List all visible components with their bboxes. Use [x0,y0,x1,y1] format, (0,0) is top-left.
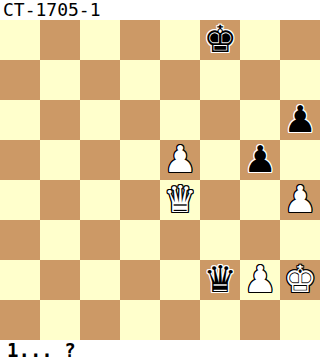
square-e8[interactable] [160,20,200,60]
square-f4[interactable] [200,180,240,220]
square-g5[interactable]: ♟ [240,140,280,180]
square-a1[interactable] [0,300,40,340]
square-h3[interactable] [280,220,320,260]
square-b4[interactable] [40,180,80,220]
square-b8[interactable] [40,20,80,60]
square-a2[interactable] [0,260,40,300]
square-h1[interactable] [280,300,320,340]
square-c3[interactable] [80,220,120,260]
square-g8[interactable] [240,20,280,60]
square-g4[interactable] [240,180,280,220]
square-h8[interactable] [280,20,320,60]
square-e2[interactable] [160,260,200,300]
piece-black-pawn[interactable]: ♟ [283,100,316,140]
square-a4[interactable] [0,180,40,220]
square-c6[interactable] [80,100,120,140]
square-c8[interactable] [80,20,120,60]
square-b5[interactable] [40,140,80,180]
square-c5[interactable] [80,140,120,180]
square-e7[interactable] [160,60,200,100]
square-h7[interactable] [280,60,320,100]
square-g7[interactable] [240,60,280,100]
move-prompt: 1... ? [0,340,320,360]
square-b1[interactable] [40,300,80,340]
piece-black-queen[interactable]: ♛ [203,260,236,300]
square-e5[interactable]: ♟ [160,140,200,180]
square-d7[interactable] [120,60,160,100]
square-d1[interactable] [120,300,160,340]
square-a6[interactable] [0,100,40,140]
square-h5[interactable] [280,140,320,180]
chess-board: ♚♟♟♟♛♟♛♟♚ [0,20,320,340]
square-d3[interactable] [120,220,160,260]
square-e1[interactable] [160,300,200,340]
piece-black-king[interactable]: ♚ [203,20,236,60]
square-f3[interactable] [200,220,240,260]
square-b6[interactable] [40,100,80,140]
square-f7[interactable] [200,60,240,100]
square-d5[interactable] [120,140,160,180]
square-e4[interactable]: ♛ [160,180,200,220]
piece-white-queen[interactable]: ♛ [163,180,196,220]
square-d8[interactable] [120,20,160,60]
square-d2[interactable] [120,260,160,300]
square-g1[interactable] [240,300,280,340]
piece-white-king[interactable]: ♚ [283,260,316,300]
square-g2[interactable]: ♟ [240,260,280,300]
square-h2[interactable]: ♚ [280,260,320,300]
square-b7[interactable] [40,60,80,100]
square-g6[interactable] [240,100,280,140]
square-e6[interactable] [160,100,200,140]
square-c7[interactable] [80,60,120,100]
square-b2[interactable] [40,260,80,300]
square-f5[interactable] [200,140,240,180]
piece-black-pawn[interactable]: ♟ [243,140,276,180]
square-h6[interactable]: ♟ [280,100,320,140]
square-c1[interactable] [80,300,120,340]
square-f6[interactable] [200,100,240,140]
square-a8[interactable] [0,20,40,60]
square-b3[interactable] [40,220,80,260]
square-a7[interactable] [0,60,40,100]
piece-white-pawn[interactable]: ♟ [243,260,276,300]
square-f8[interactable]: ♚ [200,20,240,60]
square-h4[interactable]: ♟ [280,180,320,220]
square-g3[interactable] [240,220,280,260]
square-c2[interactable] [80,260,120,300]
square-e3[interactable] [160,220,200,260]
piece-white-pawn[interactable]: ♟ [283,180,316,220]
piece-white-pawn[interactable]: ♟ [163,140,196,180]
square-d6[interactable] [120,100,160,140]
square-f1[interactable] [200,300,240,340]
square-f2[interactable]: ♛ [200,260,240,300]
square-d4[interactable] [120,180,160,220]
square-c4[interactable] [80,180,120,220]
puzzle-title: CT-1705-1 [0,0,320,20]
square-a5[interactable] [0,140,40,180]
square-a3[interactable] [0,220,40,260]
